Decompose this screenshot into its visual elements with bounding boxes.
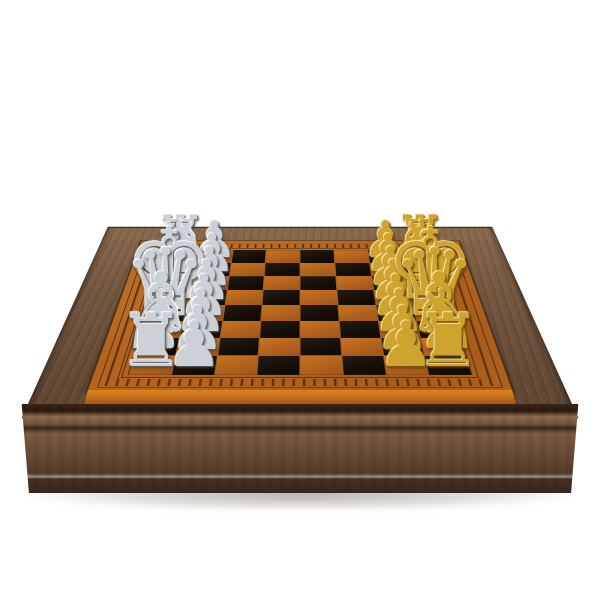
chess-set-photo: ♜♟♟♜♞♟♟♞♝♟♟♝♚♟♟♚♛♟♟♛♝♟♟♝♞♟♟♞♜♟♟♜ <box>0 0 600 600</box>
piece-gold-rook-a8[interactable]: ♜ <box>415 305 481 379</box>
piece-silver-pawn-a2[interactable]: ♟ <box>166 314 222 377</box>
pieces-layer: ♜♟♟♜♞♟♟♞♝♟♟♝♚♟♟♚♛♟♟♛♝♟♟♝♞♟♟♞♜♟♟♜ <box>0 0 600 600</box>
